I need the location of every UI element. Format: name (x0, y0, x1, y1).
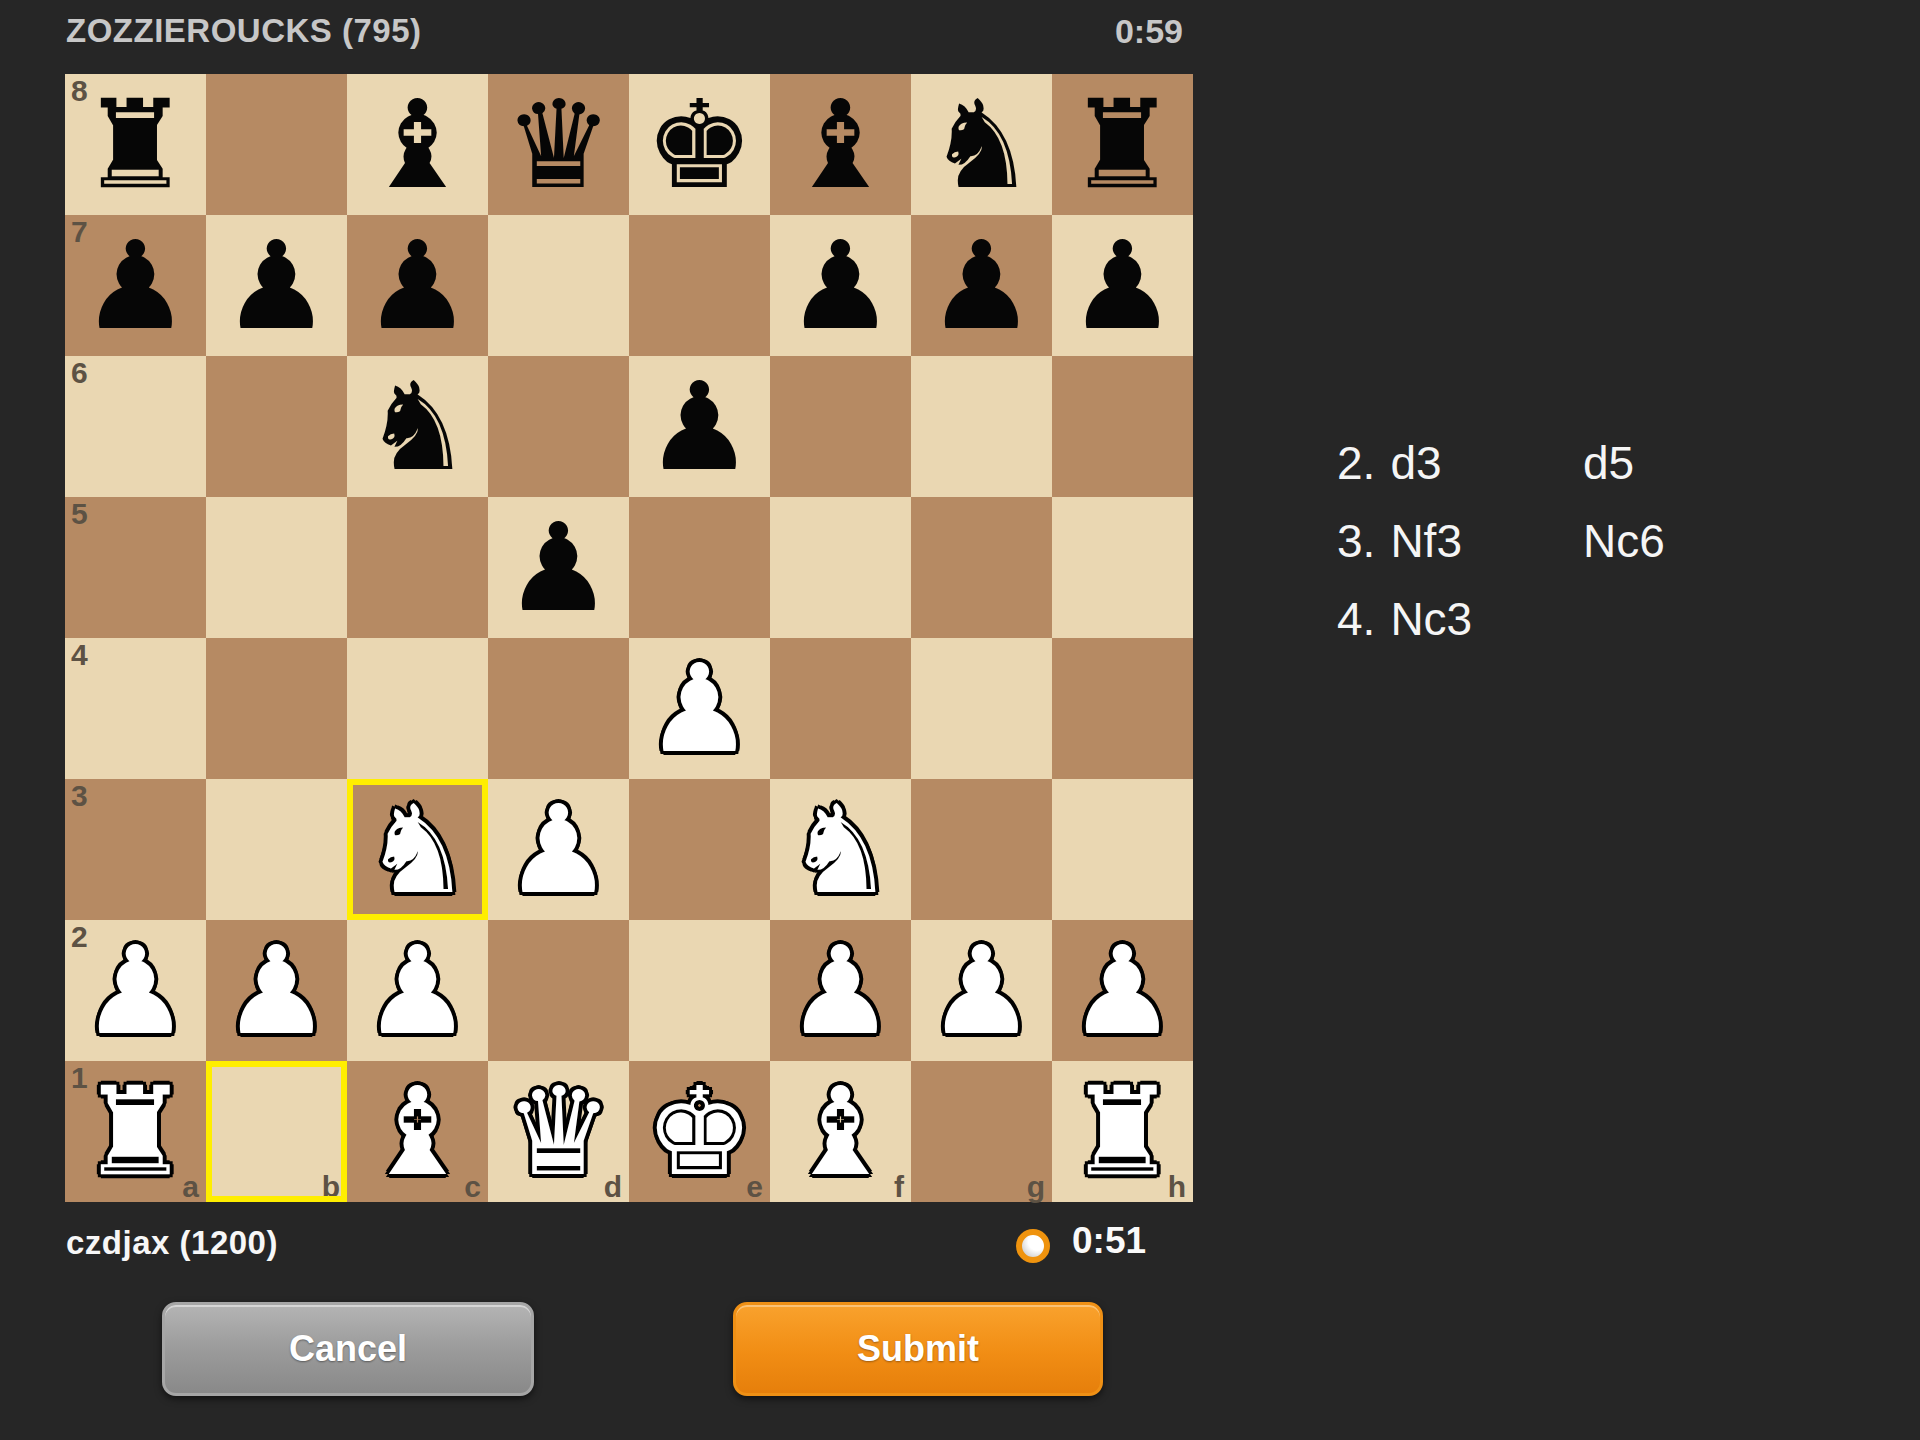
rank-label: 1 (71, 1061, 88, 1095)
square-g7[interactable]: ♟ (911, 215, 1052, 356)
white-pawn[interactable]: ♟ (347, 920, 488, 1061)
square-b7[interactable]: ♟ (206, 215, 347, 356)
square-a6[interactable]: 6 (65, 356, 206, 497)
square-d2[interactable] (488, 920, 629, 1061)
square-e5[interactable] (629, 497, 770, 638)
file-label: b (322, 1170, 340, 1204)
square-h1[interactable]: ♜h (1052, 1061, 1193, 1202)
white-move-san: Nc3 (1390, 592, 1472, 646)
move-number: 2. (1337, 436, 1375, 490)
black-bishop[interactable]: ♝ (347, 74, 488, 215)
square-f4[interactable] (770, 638, 911, 779)
square-h5[interactable] (1052, 497, 1193, 638)
square-b8[interactable] (206, 74, 347, 215)
square-f5[interactable] (770, 497, 911, 638)
submit-button[interactable]: Submit (733, 1302, 1103, 1396)
square-c8[interactable]: ♝ (347, 74, 488, 215)
square-c6[interactable]: ♞ (347, 356, 488, 497)
square-g6[interactable] (911, 356, 1052, 497)
rank-label: 4 (71, 638, 88, 672)
file-label: d (604, 1170, 622, 1204)
rank-label: 5 (71, 497, 88, 531)
square-d3[interactable]: ♟ (488, 779, 629, 920)
rank-label: 6 (71, 356, 88, 390)
square-g1[interactable]: g (911, 1061, 1052, 1202)
player-name-rating: czdjax (1200) (66, 1224, 278, 1262)
black-knight[interactable]: ♞ (911, 74, 1052, 215)
square-c4[interactable] (347, 638, 488, 779)
white-move: 4. Nc3 (1337, 592, 1583, 646)
square-f8[interactable]: ♝ (770, 74, 911, 215)
square-a1[interactable]: ♜1a (65, 1061, 206, 1202)
move-row: 2. d3 d5 (1337, 424, 1665, 502)
black-pawn[interactable]: ♟ (911, 215, 1052, 356)
square-b1[interactable]: b (206, 1061, 347, 1202)
opponent-clock: 0:59 (1063, 12, 1183, 51)
square-g8[interactable]: ♞ (911, 74, 1052, 215)
square-d8[interactable]: ♛ (488, 74, 629, 215)
square-a4[interactable]: 4 (65, 638, 206, 779)
black-pawn[interactable]: ♟ (347, 215, 488, 356)
square-g4[interactable] (911, 638, 1052, 779)
square-f6[interactable] (770, 356, 911, 497)
square-c2[interactable]: ♟ (347, 920, 488, 1061)
white-pawn[interactable]: ♟ (911, 920, 1052, 1061)
white-pawn[interactable]: ♟ (206, 920, 347, 1061)
move-list: 2. d3 d5 3. Nf3 Nc6 4. Nc3 (1337, 424, 1665, 658)
white-pawn[interactable]: ♟ (488, 779, 629, 920)
square-g3[interactable] (911, 779, 1052, 920)
black-king[interactable]: ♚ (629, 74, 770, 215)
square-f1[interactable]: ♝f (770, 1061, 911, 1202)
file-label: f (894, 1170, 904, 1204)
file-label: a (182, 1170, 199, 1204)
rank-label: 7 (71, 215, 88, 249)
opponent-name-rating: ZOZZIEROUCKS (795) (66, 12, 422, 50)
square-d5[interactable]: ♟ (488, 497, 629, 638)
turn-indicator-icon (1016, 1229, 1050, 1263)
white-pawn[interactable]: ♟ (1052, 920, 1193, 1061)
white-bishop[interactable]: ♝ (770, 1061, 911, 1202)
black-pawn[interactable]: ♟ (206, 215, 347, 356)
move-number: 3. (1337, 514, 1375, 568)
square-h7[interactable]: ♟ (1052, 215, 1193, 356)
square-c1[interactable]: ♝c (347, 1061, 488, 1202)
square-e4[interactable]: ♟ (629, 638, 770, 779)
file-label: h (1168, 1170, 1186, 1204)
file-label: c (464, 1170, 481, 1204)
square-h6[interactable] (1052, 356, 1193, 497)
black-queen[interactable]: ♛ (488, 74, 629, 215)
white-pawn[interactable]: ♟ (770, 920, 911, 1061)
white-move: 3. Nf3 (1337, 514, 1583, 568)
square-b2[interactable]: ♟ (206, 920, 347, 1061)
white-move-san: Nf3 (1390, 514, 1462, 568)
square-a8[interactable]: ♜8 (65, 74, 206, 215)
square-f7[interactable]: ♟ (770, 215, 911, 356)
square-g5[interactable] (911, 497, 1052, 638)
white-knight[interactable]: ♞ (347, 779, 488, 920)
square-e2[interactable] (629, 920, 770, 1061)
black-pawn[interactable]: ♟ (629, 356, 770, 497)
white-pawn[interactable]: ♟ (629, 638, 770, 779)
square-f2[interactable]: ♟ (770, 920, 911, 1061)
square-h4[interactable] (1052, 638, 1193, 779)
square-b5[interactable] (206, 497, 347, 638)
white-move: 2. d3 (1337, 436, 1583, 490)
file-label: g (1027, 1170, 1045, 1204)
square-a7[interactable]: ♟7 (65, 215, 206, 356)
rank-label: 8 (71, 74, 88, 108)
white-knight[interactable]: ♞ (770, 779, 911, 920)
square-a5[interactable]: 5 (65, 497, 206, 638)
black-bishop[interactable]: ♝ (770, 74, 911, 215)
square-d7[interactable] (488, 215, 629, 356)
player-clock: 0:51 (1072, 1220, 1146, 1262)
square-e3[interactable] (629, 779, 770, 920)
square-a2[interactable]: ♟2 (65, 920, 206, 1061)
square-c7[interactable]: ♟ (347, 215, 488, 356)
square-d4[interactable] (488, 638, 629, 779)
black-knight[interactable]: ♞ (347, 356, 488, 497)
square-f3[interactable]: ♞ (770, 779, 911, 920)
square-g2[interactable]: ♟ (911, 920, 1052, 1061)
rank-label: 3 (71, 779, 88, 813)
square-c5[interactable] (347, 497, 488, 638)
square-h2[interactable]: ♟ (1052, 920, 1193, 1061)
square-b4[interactable] (206, 638, 347, 779)
square-e6[interactable]: ♟ (629, 356, 770, 497)
black-move-san: d5 (1583, 436, 1634, 490)
square-e1[interactable]: ♚e (629, 1061, 770, 1202)
square-e7[interactable] (629, 215, 770, 356)
move-row: 3. Nf3 Nc6 (1337, 502, 1665, 580)
black-pawn[interactable]: ♟ (488, 497, 629, 638)
cancel-button[interactable]: Cancel (162, 1302, 534, 1396)
square-d1[interactable]: ♛d (488, 1061, 629, 1202)
square-h8[interactable]: ♜ (1052, 74, 1193, 215)
square-c3[interactable]: ♞ (347, 779, 488, 920)
black-move-san: Nc6 (1583, 514, 1665, 568)
black-pawn[interactable]: ♟ (770, 215, 911, 356)
black-rook[interactable]: ♜ (1052, 74, 1193, 215)
square-h3[interactable] (1052, 779, 1193, 920)
black-pawn[interactable]: ♟ (1052, 215, 1193, 356)
rank-label: 2 (71, 920, 88, 954)
square-d6[interactable] (488, 356, 629, 497)
white-move-san: d3 (1390, 436, 1441, 490)
move-row: 4. Nc3 (1337, 580, 1665, 658)
square-a3[interactable]: 3 (65, 779, 206, 920)
square-e8[interactable]: ♚ (629, 74, 770, 215)
file-label: e (746, 1170, 763, 1204)
square-b3[interactable] (206, 779, 347, 920)
chess-app: ZOZZIEROUCKS (795) 0:59 ♜8♝♛♚♝♞♜♟7♟♟♟♟♟6… (0, 0, 1920, 1440)
move-number: 4. (1337, 592, 1375, 646)
square-b6[interactable] (206, 356, 347, 497)
chess-board: ♜8♝♛♚♝♞♜♟7♟♟♟♟♟6♞♟5♟4♟3♞♟♞♟2♟♟♟♟♟♜1ab♝c♛… (65, 74, 1193, 1202)
